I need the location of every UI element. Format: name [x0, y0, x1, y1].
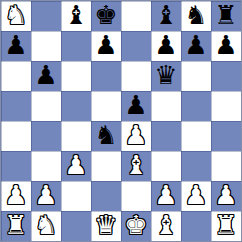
- square-h4[interactable]: [211, 121, 241, 151]
- white-pawn-piece: ♟: [124, 122, 147, 148]
- square-e3[interactable]: ♝: [121, 151, 151, 181]
- square-d7[interactable]: ♟: [91, 31, 121, 61]
- black-pawn-piece: ♟: [34, 62, 57, 88]
- square-b6[interactable]: ♟: [31, 61, 61, 91]
- square-h2[interactable]: ♟: [211, 181, 241, 211]
- square-b1[interactable]: ♞: [31, 211, 61, 241]
- white-pawn-piece: ♟: [4, 182, 27, 208]
- white-pawn-piece: ♟: [184, 182, 207, 208]
- black-pawn-piece: ♟: [154, 32, 177, 58]
- square-h6[interactable]: [211, 61, 241, 91]
- square-f6[interactable]: ♛: [151, 61, 181, 91]
- square-d2[interactable]: [91, 181, 121, 211]
- square-e5[interactable]: ♟: [121, 91, 151, 121]
- white-knight-piece: ♞: [4, 2, 27, 28]
- square-h7[interactable]: ♟: [211, 31, 241, 61]
- square-f2[interactable]: ♟: [151, 181, 181, 211]
- black-rook-piece: ♜: [214, 2, 237, 28]
- white-rook-piece: ♜: [214, 212, 237, 238]
- square-e1[interactable]: ♚: [121, 211, 151, 241]
- square-f5[interactable]: [151, 91, 181, 121]
- white-bishop-piece: ♝: [124, 152, 147, 178]
- black-pawn-piece: ♟: [94, 32, 117, 58]
- square-g6[interactable]: [181, 61, 211, 91]
- square-b3[interactable]: [31, 151, 61, 181]
- black-king-piece: ♚: [94, 2, 117, 28]
- square-a1[interactable]: ♜: [1, 211, 31, 241]
- square-f8[interactable]: ♝: [151, 1, 181, 31]
- black-knight-piece: ♞: [94, 122, 117, 148]
- chess-board: ♞♝♚♝♞♜♟♟♟♟♟♟♛♟♞♟♟♝♟♟♟♟♟♜♞♛♚♝♜: [0, 0, 242, 242]
- square-e4[interactable]: ♟: [121, 121, 151, 151]
- square-g1[interactable]: [181, 211, 211, 241]
- square-c5[interactable]: [61, 91, 91, 121]
- square-h8[interactable]: ♜: [211, 1, 241, 31]
- square-b7[interactable]: [31, 31, 61, 61]
- square-d3[interactable]: [91, 151, 121, 181]
- black-pawn-piece: ♟: [4, 32, 27, 58]
- square-d4[interactable]: ♞: [91, 121, 121, 151]
- square-d5[interactable]: [91, 91, 121, 121]
- square-f3[interactable]: [151, 151, 181, 181]
- black-knight-piece: ♞: [184, 2, 207, 28]
- square-g7[interactable]: ♟: [181, 31, 211, 61]
- black-pawn-piece: ♟: [124, 92, 147, 118]
- white-pawn-piece: ♟: [34, 182, 57, 208]
- square-e7[interactable]: [121, 31, 151, 61]
- square-d1[interactable]: ♛: [91, 211, 121, 241]
- white-pawn-piece: ♟: [64, 152, 87, 178]
- square-a5[interactable]: [1, 91, 31, 121]
- square-a7[interactable]: ♟: [1, 31, 31, 61]
- square-b5[interactable]: [31, 91, 61, 121]
- square-h5[interactable]: [211, 91, 241, 121]
- square-b8[interactable]: [31, 1, 61, 31]
- square-f4[interactable]: [151, 121, 181, 151]
- square-d8[interactable]: ♚: [91, 1, 121, 31]
- square-e6[interactable]: [121, 61, 151, 91]
- square-c6[interactable]: [61, 61, 91, 91]
- square-d6[interactable]: [91, 61, 121, 91]
- square-f7[interactable]: ♟: [151, 31, 181, 61]
- square-g8[interactable]: ♞: [181, 1, 211, 31]
- black-pawn-piece: ♟: [184, 32, 207, 58]
- square-g5[interactable]: [181, 91, 211, 121]
- square-b2[interactable]: ♟: [31, 181, 61, 211]
- square-a4[interactable]: [1, 121, 31, 151]
- square-h1[interactable]: ♜: [211, 211, 241, 241]
- square-c3[interactable]: ♟: [61, 151, 91, 181]
- white-king-piece: ♚: [124, 212, 147, 238]
- square-c8[interactable]: ♝: [61, 1, 91, 31]
- white-queen-piece: ♛: [94, 212, 117, 238]
- square-a8[interactable]: ♞: [1, 1, 31, 31]
- black-pawn-piece: ♟: [214, 32, 237, 58]
- white-pawn-piece: ♟: [214, 182, 237, 208]
- square-c7[interactable]: [61, 31, 91, 61]
- square-e2[interactable]: [121, 181, 151, 211]
- square-a2[interactable]: ♟: [1, 181, 31, 211]
- black-bishop-piece: ♝: [154, 2, 177, 28]
- black-bishop-piece: ♝: [64, 2, 87, 28]
- square-a3[interactable]: [1, 151, 31, 181]
- square-c2[interactable]: [61, 181, 91, 211]
- square-g3[interactable]: [181, 151, 211, 181]
- black-queen-piece: ♛: [154, 62, 177, 88]
- square-a6[interactable]: [1, 61, 31, 91]
- square-b4[interactable]: [31, 121, 61, 151]
- square-f1[interactable]: ♝: [151, 211, 181, 241]
- white-rook-piece: ♜: [4, 212, 27, 238]
- square-g4[interactable]: [181, 121, 211, 151]
- white-bishop-piece: ♝: [154, 212, 177, 238]
- white-knight-piece: ♞: [34, 212, 57, 238]
- square-c1[interactable]: [61, 211, 91, 241]
- white-pawn-piece: ♟: [154, 182, 177, 208]
- square-c4[interactable]: [61, 121, 91, 151]
- square-e8[interactable]: [121, 1, 151, 31]
- square-g2[interactable]: ♟: [181, 181, 211, 211]
- square-h3[interactable]: [211, 151, 241, 181]
